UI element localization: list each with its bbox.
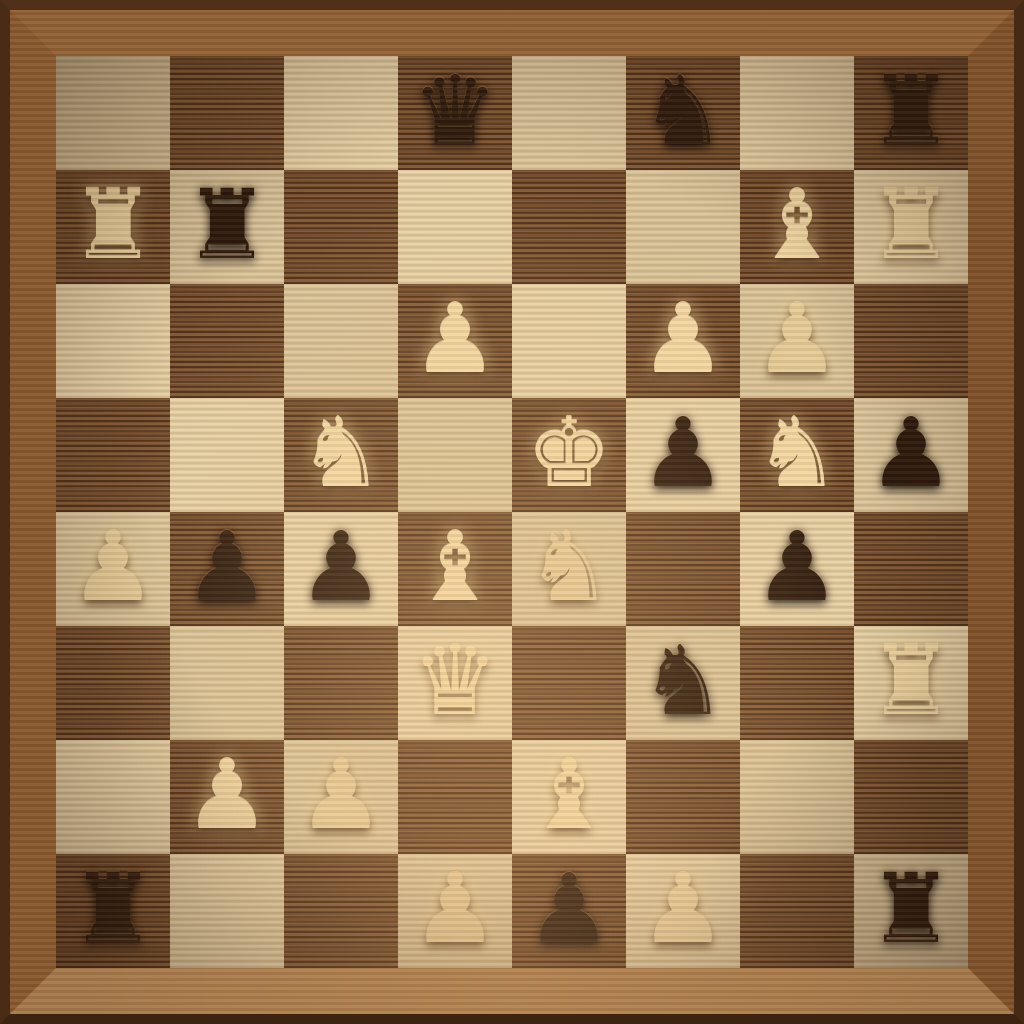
piece-white-rook[interactable]: ♜ xyxy=(868,168,954,282)
square-d1[interactable]: ♟ xyxy=(398,854,512,968)
piece-white-pawn[interactable]: ♟ xyxy=(412,852,498,966)
square-g4[interactable]: ♟ xyxy=(740,512,854,626)
square-h4[interactable] xyxy=(854,512,968,626)
square-a5[interactable] xyxy=(56,398,170,512)
piece-white-bishop[interactable]: ♝ xyxy=(412,510,498,624)
square-d8[interactable]: ♛ xyxy=(398,56,512,170)
square-d3[interactable]: ♛ xyxy=(398,626,512,740)
square-e1[interactable]: ♟ xyxy=(512,854,626,968)
piece-white-pawn[interactable]: ♟ xyxy=(754,282,840,396)
square-f8[interactable]: ♞ xyxy=(626,56,740,170)
board-wooden-frame: ♛♞♜♜♜♝♜♟♟♟♞♚♟♞♟♟♟♟♝♞♟♛♞♜♟♟♝♜♟♟♟♜ xyxy=(10,10,1014,1014)
piece-white-pawn[interactable]: ♟ xyxy=(640,282,726,396)
square-b1[interactable] xyxy=(170,854,284,968)
piece-black-rook[interactable]: ♜ xyxy=(70,852,156,966)
square-f2[interactable] xyxy=(626,740,740,854)
square-h8[interactable]: ♜ xyxy=(854,56,968,170)
piece-white-rook[interactable]: ♜ xyxy=(868,624,954,738)
square-b3[interactable] xyxy=(170,626,284,740)
square-e8[interactable] xyxy=(512,56,626,170)
piece-white-king[interactable]: ♚ xyxy=(526,396,612,510)
piece-white-pawn[interactable]: ♟ xyxy=(70,510,156,624)
square-f7[interactable] xyxy=(626,170,740,284)
square-h2[interactable] xyxy=(854,740,968,854)
square-f1[interactable]: ♟ xyxy=(626,854,740,968)
square-a1[interactable]: ♜ xyxy=(56,854,170,968)
piece-black-pawn[interactable]: ♟ xyxy=(298,510,384,624)
piece-black-rook[interactable]: ♜ xyxy=(868,852,954,966)
piece-black-pawn[interactable]: ♟ xyxy=(640,396,726,510)
piece-white-pawn[interactable]: ♟ xyxy=(412,282,498,396)
square-a3[interactable] xyxy=(56,626,170,740)
square-g8[interactable] xyxy=(740,56,854,170)
square-c5[interactable]: ♞ xyxy=(284,398,398,512)
square-a8[interactable] xyxy=(56,56,170,170)
square-f5[interactable]: ♟ xyxy=(626,398,740,512)
square-h6[interactable] xyxy=(854,284,968,398)
piece-black-rook[interactable]: ♜ xyxy=(184,168,270,282)
square-f6[interactable]: ♟ xyxy=(626,284,740,398)
piece-black-pawn[interactable]: ♟ xyxy=(868,396,954,510)
square-d4[interactable]: ♝ xyxy=(398,512,512,626)
square-h7[interactable]: ♜ xyxy=(854,170,968,284)
square-h3[interactable]: ♜ xyxy=(854,626,968,740)
piece-white-pawn[interactable]: ♟ xyxy=(298,738,384,852)
square-d5[interactable] xyxy=(398,398,512,512)
square-a6[interactable] xyxy=(56,284,170,398)
square-c4[interactable]: ♟ xyxy=(284,512,398,626)
chess-board: ♛♞♜♜♜♝♜♟♟♟♞♚♟♞♟♟♟♟♝♞♟♛♞♜♟♟♝♜♟♟♟♜ xyxy=(56,56,968,968)
square-e4[interactable]: ♞ xyxy=(512,512,626,626)
square-b7[interactable]: ♜ xyxy=(170,170,284,284)
piece-white-knight[interactable]: ♞ xyxy=(526,510,612,624)
square-g2[interactable] xyxy=(740,740,854,854)
piece-white-pawn[interactable]: ♟ xyxy=(184,738,270,852)
square-g5[interactable]: ♞ xyxy=(740,398,854,512)
square-c7[interactable] xyxy=(284,170,398,284)
square-c1[interactable] xyxy=(284,854,398,968)
piece-white-pawn[interactable]: ♟ xyxy=(640,852,726,966)
square-e7[interactable] xyxy=(512,170,626,284)
square-g3[interactable] xyxy=(740,626,854,740)
piece-black-rook[interactable]: ♜ xyxy=(868,54,954,168)
square-e3[interactable] xyxy=(512,626,626,740)
square-b8[interactable] xyxy=(170,56,284,170)
square-b5[interactable] xyxy=(170,398,284,512)
piece-white-knight[interactable]: ♞ xyxy=(754,396,840,510)
square-g7[interactable]: ♝ xyxy=(740,170,854,284)
square-e2[interactable]: ♝ xyxy=(512,740,626,854)
piece-white-rook[interactable]: ♜ xyxy=(70,168,156,282)
square-g6[interactable]: ♟ xyxy=(740,284,854,398)
square-b4[interactable]: ♟ xyxy=(170,512,284,626)
square-b6[interactable] xyxy=(170,284,284,398)
square-f3[interactable]: ♞ xyxy=(626,626,740,740)
piece-black-pawn[interactable]: ♟ xyxy=(754,510,840,624)
piece-white-queen[interactable]: ♛ xyxy=(412,624,498,738)
square-a2[interactable] xyxy=(56,740,170,854)
square-h1[interactable]: ♜ xyxy=(854,854,968,968)
square-d6[interactable]: ♟ xyxy=(398,284,512,398)
piece-black-queen[interactable]: ♛ xyxy=(412,54,498,168)
piece-white-knight[interactable]: ♞ xyxy=(298,396,384,510)
square-e5[interactable]: ♚ xyxy=(512,398,626,512)
square-a4[interactable]: ♟ xyxy=(56,512,170,626)
board-outer-rim: ♛♞♜♜♜♝♜♟♟♟♞♚♟♞♟♟♟♟♝♞♟♛♞♜♟♟♝♜♟♟♟♜ xyxy=(0,0,1024,1024)
piece-white-bishop[interactable]: ♝ xyxy=(754,168,840,282)
square-c3[interactable] xyxy=(284,626,398,740)
piece-black-pawn[interactable]: ♟ xyxy=(526,852,612,966)
chess-scene: ♛♞♜♜♜♝♜♟♟♟♞♚♟♞♟♟♟♟♝♞♟♛♞♜♟♟♝♜♟♟♟♜ xyxy=(0,0,1024,1024)
square-b2[interactable]: ♟ xyxy=(170,740,284,854)
piece-black-pawn[interactable]: ♟ xyxy=(184,510,270,624)
square-c2[interactable]: ♟ xyxy=(284,740,398,854)
square-h5[interactable]: ♟ xyxy=(854,398,968,512)
square-f4[interactable] xyxy=(626,512,740,626)
square-a7[interactable]: ♜ xyxy=(56,170,170,284)
square-e6[interactable] xyxy=(512,284,626,398)
square-d7[interactable] xyxy=(398,170,512,284)
square-g1[interactable] xyxy=(740,854,854,968)
square-c8[interactable] xyxy=(284,56,398,170)
piece-black-knight[interactable]: ♞ xyxy=(640,624,726,738)
piece-black-knight[interactable]: ♞ xyxy=(640,54,726,168)
piece-white-bishop[interactable]: ♝ xyxy=(526,738,612,852)
square-d2[interactable] xyxy=(398,740,512,854)
square-c6[interactable] xyxy=(284,284,398,398)
